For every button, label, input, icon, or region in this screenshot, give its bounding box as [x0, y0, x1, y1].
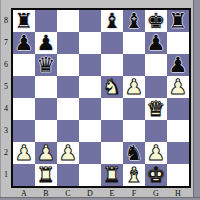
- square-a3[interactable]: [13, 120, 35, 142]
- square-g4[interactable]: ♛: [145, 98, 167, 120]
- square-f3[interactable]: [123, 120, 145, 142]
- square-g7[interactable]: ♟: [145, 32, 167, 54]
- square-h8[interactable]: ♜: [167, 10, 189, 32]
- square-h3[interactable]: [167, 120, 189, 142]
- square-f2[interactable]: ♞: [123, 142, 145, 164]
- square-a1[interactable]: [13, 164, 35, 186]
- square-c3[interactable]: [57, 120, 79, 142]
- square-g5[interactable]: [145, 76, 167, 98]
- rank-label-3: 3: [1, 120, 11, 142]
- white-pawn[interactable]: ♟: [59, 142, 78, 164]
- square-f4[interactable]: [123, 98, 145, 120]
- black-knight[interactable]: ♞: [125, 142, 144, 164]
- square-h6[interactable]: ♟: [167, 54, 189, 76]
- square-a5[interactable]: [13, 76, 35, 98]
- square-f7[interactable]: [123, 32, 145, 54]
- white-pawn[interactable]: ♟: [37, 142, 56, 164]
- rank-label-2: 2: [1, 142, 11, 164]
- black-rook[interactable]: ♜: [15, 10, 34, 32]
- square-a6[interactable]: [13, 54, 35, 76]
- white-rook[interactable]: ♜: [37, 164, 56, 186]
- square-b1[interactable]: ♜: [35, 164, 57, 186]
- square-a2[interactable]: ♟: [13, 142, 35, 164]
- square-c5[interactable]: [57, 76, 79, 98]
- square-a7[interactable]: ♟: [13, 32, 35, 54]
- square-h4[interactable]: [167, 98, 189, 120]
- square-e8[interactable]: ♝: [101, 10, 123, 32]
- chess-board-window: 8 7 6 5 4 3 2 1 ♜♝♝♚♜♟♟♟♛♟♞♟♟♛♟♟♟♞♟♜♜♝♚ …: [0, 0, 200, 200]
- white-rook[interactable]: ♜: [103, 164, 122, 186]
- rank-label-5: 5: [1, 76, 11, 98]
- square-e1[interactable]: ♜: [101, 164, 123, 186]
- black-bishop[interactable]: ♝: [125, 10, 144, 32]
- white-pawn[interactable]: ♟: [169, 76, 188, 98]
- square-d2[interactable]: [79, 142, 101, 164]
- square-f5[interactable]: ♟: [123, 76, 145, 98]
- square-h7[interactable]: [167, 32, 189, 54]
- square-b4[interactable]: [35, 98, 57, 120]
- square-g6[interactable]: [145, 54, 167, 76]
- square-e4[interactable]: [101, 98, 123, 120]
- square-g2[interactable]: ♟: [145, 142, 167, 164]
- square-d7[interactable]: [79, 32, 101, 54]
- square-b3[interactable]: [35, 120, 57, 142]
- window-edge-bottom: [0, 197, 200, 200]
- square-d1[interactable]: [79, 164, 101, 186]
- square-d6[interactable]: [79, 54, 101, 76]
- square-h2[interactable]: [167, 142, 189, 164]
- square-d3[interactable]: [79, 120, 101, 142]
- black-rook[interactable]: ♜: [169, 10, 188, 32]
- square-c4[interactable]: [57, 98, 79, 120]
- square-g3[interactable]: [145, 120, 167, 142]
- square-b5[interactable]: [35, 76, 57, 98]
- square-a8[interactable]: ♜: [13, 10, 35, 32]
- square-b2[interactable]: ♟: [35, 142, 57, 164]
- window-edge-right: [193, 0, 200, 200]
- square-e3[interactable]: [101, 120, 123, 142]
- rank-label-8: 8: [1, 10, 11, 32]
- square-g1[interactable]: ♚: [145, 164, 167, 186]
- square-f8[interactable]: ♝: [123, 10, 145, 32]
- square-d8[interactable]: [79, 10, 101, 32]
- square-e5[interactable]: ♞: [101, 76, 123, 98]
- rank-label-4: 4: [1, 98, 11, 120]
- white-pawn[interactable]: ♟: [15, 142, 34, 164]
- square-b8[interactable]: [35, 10, 57, 32]
- white-bishop[interactable]: ♝: [125, 164, 144, 186]
- square-c6[interactable]: [57, 54, 79, 76]
- square-c2[interactable]: ♟: [57, 142, 79, 164]
- square-c8[interactable]: [57, 10, 79, 32]
- black-bishop[interactable]: ♝: [103, 10, 122, 32]
- square-g8[interactable]: ♚: [145, 10, 167, 32]
- square-b7[interactable]: ♟: [35, 32, 57, 54]
- square-a4[interactable]: [13, 98, 35, 120]
- square-e6[interactable]: [101, 54, 123, 76]
- square-c7[interactable]: [57, 32, 79, 54]
- square-f1[interactable]: ♝: [123, 164, 145, 186]
- white-knight[interactable]: ♞: [103, 76, 122, 98]
- white-king[interactable]: ♚: [147, 164, 166, 186]
- black-pawn[interactable]: ♟: [169, 54, 188, 76]
- rank-label-7: 7: [1, 32, 11, 54]
- rank-label-6: 6: [1, 54, 11, 76]
- chess-board: ♜♝♝♚♜♟♟♟♛♟♞♟♟♛♟♟♟♞♟♜♜♝♚: [11, 8, 191, 188]
- white-pawn[interactable]: ♟: [125, 76, 144, 98]
- square-e2[interactable]: [101, 142, 123, 164]
- square-h1[interactable]: [167, 164, 189, 186]
- black-pawn[interactable]: ♟: [37, 32, 56, 54]
- rank-label-1: 1: [1, 164, 11, 186]
- black-king[interactable]: ♚: [147, 10, 166, 32]
- square-d5[interactable]: [79, 76, 101, 98]
- square-d4[interactable]: [79, 98, 101, 120]
- square-h5[interactable]: ♟: [167, 76, 189, 98]
- black-pawn[interactable]: ♟: [147, 32, 166, 54]
- white-pawn[interactable]: ♟: [147, 142, 166, 164]
- white-queen[interactable]: ♛: [147, 98, 166, 120]
- square-b6[interactable]: ♛: [35, 54, 57, 76]
- square-f6[interactable]: [123, 54, 145, 76]
- square-c1[interactable]: [57, 164, 79, 186]
- black-queen[interactable]: ♛: [37, 54, 56, 76]
- black-pawn[interactable]: ♟: [15, 32, 34, 54]
- square-e7[interactable]: [101, 32, 123, 54]
